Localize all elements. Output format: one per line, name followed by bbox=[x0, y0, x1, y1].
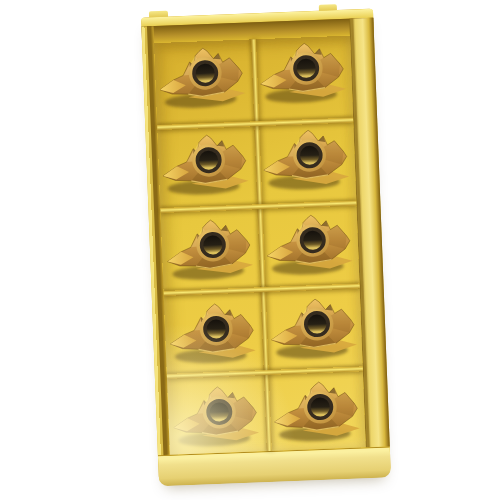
insert-graphic bbox=[170, 380, 269, 454]
insert-graphic bbox=[163, 212, 263, 287]
carbide-insert bbox=[159, 128, 258, 202]
carbide-insert bbox=[167, 298, 264, 370]
insert-storage-box bbox=[141, 9, 391, 486]
insert-graphic bbox=[167, 298, 264, 370]
carbide-insert bbox=[155, 41, 255, 116]
carbide-insert bbox=[264, 208, 363, 282]
box-interior bbox=[154, 36, 366, 455]
product-photo bbox=[0, 0, 500, 500]
carbide-insert bbox=[261, 124, 358, 196]
insert-graphic bbox=[272, 376, 369, 448]
carbide-insert bbox=[257, 37, 356, 111]
carbide-insert bbox=[170, 380, 269, 454]
insert-graphic bbox=[268, 292, 367, 366]
insert-graphic bbox=[264, 208, 363, 282]
carbide-insert bbox=[163, 212, 263, 287]
insert-graphic bbox=[155, 41, 255, 116]
insert-graphic bbox=[261, 124, 358, 196]
carbide-insert bbox=[268, 292, 367, 366]
carbide-insert bbox=[272, 376, 369, 448]
insert-graphic bbox=[257, 37, 356, 111]
insert-graphic bbox=[159, 128, 258, 202]
